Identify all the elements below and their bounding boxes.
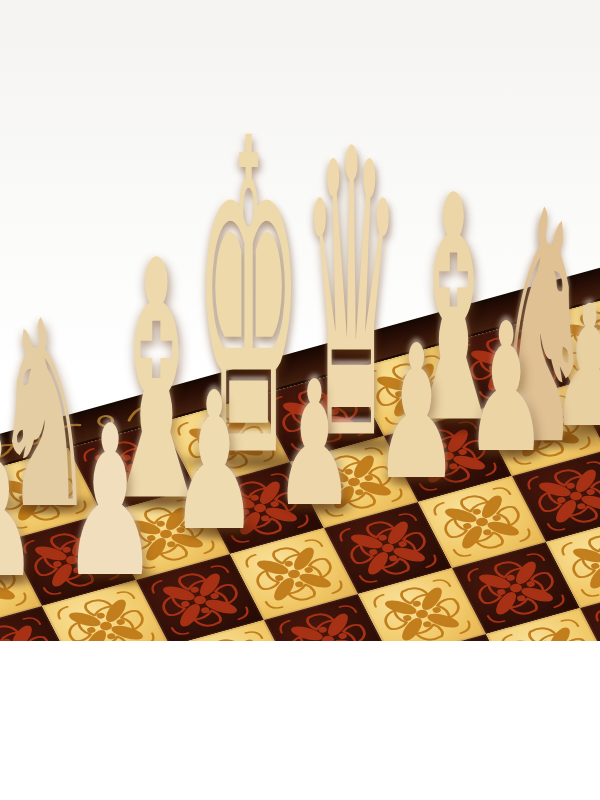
piece-shadow <box>70 563 163 589</box>
piece-shadow <box>178 517 263 543</box>
piece-shadow <box>0 492 105 518</box>
piece-pawn-g: ♟ <box>510 307 600 427</box>
product-photo: ♟♟♟♟♟♟♟♞♝♚♛♝♞ <box>0 0 600 800</box>
piece-bishop-right: ♝ <box>374 206 534 424</box>
piece-shadow <box>381 465 463 491</box>
piece-knight-left: ♞ <box>0 331 124 506</box>
piece-king: ♚ <box>169 168 329 463</box>
pieces-layer: ♟♟♟♟♟♟♟♞♝♚♛♝♞ <box>0 0 600 800</box>
piece-shadow <box>91 488 234 514</box>
piece-shadow <box>282 493 359 519</box>
piece-knight-right: ♞ <box>461 222 600 440</box>
piece-shadow <box>0 564 44 590</box>
piece-queen: ♛ <box>271 176 431 445</box>
piece-shadow <box>164 449 347 475</box>
piece-shadow <box>473 438 552 464</box>
